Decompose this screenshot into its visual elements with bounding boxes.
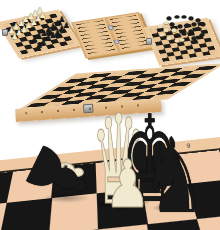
- dark-checker-disc: [174, 15, 179, 19]
- dark-checker-disc: [177, 25, 182, 29]
- light-checker-disc: [171, 28, 176, 32]
- dark-checker-disc: [189, 29, 194, 33]
- dark-checker-disc: [196, 27, 201, 31]
- closeup-piece-layer: ♝♟♛♚♟♞: [0, 96, 220, 230]
- dark-checker-disc: [192, 22, 197, 26]
- light-checker-disc: [167, 37, 172, 41]
- dark-checker-disc: [170, 22, 175, 26]
- mini-black-piece: ♟: [63, 22, 70, 30]
- dark-checker-disc: [196, 19, 201, 23]
- white-pawn: ♟: [105, 152, 151, 218]
- dark-checker-disc: [199, 33, 204, 37]
- light-checker-disc: [180, 38, 185, 42]
- closeup-scene: 6 9 ♝♟♛♚♟♞: [0, 96, 220, 230]
- light-checker-disc: [164, 28, 169, 32]
- light-checker-disc: [174, 39, 179, 43]
- dark-checker-disc: [192, 37, 197, 41]
- light-checker-disc: [158, 25, 163, 29]
- dark-checker-disc: [181, 32, 186, 36]
- dark-checker-disc: [189, 16, 194, 20]
- dark-checker-disc: [184, 23, 189, 27]
- dark-checker-disc: [181, 15, 186, 19]
- open-chess-black-pieces: ♟♟♟♟♟♟♟♟♟♟♟♟♟♟: [2, 2, 76, 58]
- dark-checker-disc: [174, 33, 179, 37]
- backgammon-board: [71, 12, 153, 59]
- dark-checker-disc: [167, 16, 172, 20]
- light-checker-disc: [159, 33, 164, 37]
- dark-checker-disc: [201, 22, 206, 26]
- open-chess-view: ♟♟♟♟♟♟♟♟♟♟♟♟♟♟ ♟♟♟♟♟♟♟♟♟♟♟♟♟♟: [2, 2, 76, 58]
- black-knight: ♞: [141, 124, 206, 228]
- light-checker-disc: [164, 21, 169, 25]
- backgammon-view: [76, 2, 148, 62]
- product-photo-collage: ♟♟♟♟♟♟♟♟♟♟♟♟♟♟ ♟♟♟♟♟♟♟♟♟♟♟♟♟♟ 6 9: [0, 0, 220, 230]
